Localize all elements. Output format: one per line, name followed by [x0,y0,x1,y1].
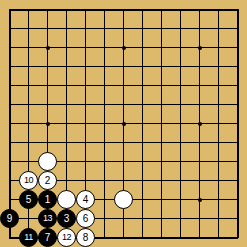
intersection-H4[interactable] [133,171,152,190]
stone-black-11: 11 [19,228,38,247]
intersection-L7[interactable] [190,114,209,133]
intersection-K8[interactable] [171,95,190,114]
intersection-K4[interactable] [171,171,190,190]
intersection-F6[interactable] [95,133,114,152]
intersection-F2[interactable] [95,209,114,228]
intersection-G7[interactable] [114,114,133,133]
stone-black-3: 3 [57,209,76,228]
stone-number: 2 [45,176,51,186]
intersection-K7[interactable] [171,114,190,133]
intersection-E7[interactable] [76,114,95,133]
intersection-M9[interactable] [209,76,228,95]
intersection-K2[interactable] [171,209,190,228]
intersection-G5[interactable] [114,152,133,171]
intersection-B10[interactable] [19,57,38,76]
intersection-A11[interactable] [0,38,19,57]
intersection-E4[interactable] [76,171,95,190]
intersection-F9[interactable] [95,76,114,95]
intersection-C1[interactable]: 7 [38,228,57,247]
intersection-G13[interactable] [114,0,133,19]
intersection-E6[interactable] [76,133,95,152]
intersection-C2[interactable]: 13 [38,209,57,228]
intersection-M7[interactable] [209,114,228,133]
intersection-H5[interactable] [133,152,152,171]
intersection-L1[interactable] [190,228,209,247]
intersection-H3[interactable] [133,190,152,209]
intersection-M2[interactable] [209,209,228,228]
intersection-B6[interactable] [19,133,38,152]
intersection-G8[interactable] [114,95,133,114]
intersection-L10[interactable] [190,57,209,76]
intersection-E9[interactable] [76,76,95,95]
intersection-B7[interactable] [19,114,38,133]
intersection-K10[interactable] [171,57,190,76]
intersection-D10[interactable] [57,57,76,76]
intersection-K11[interactable] [171,38,190,57]
intersection-H1[interactable] [133,228,152,247]
stone-number: 3 [64,214,70,224]
intersection-H6[interactable] [133,133,152,152]
intersection-M5[interactable] [209,152,228,171]
stone-white [57,190,76,209]
intersection-J10[interactable] [152,57,171,76]
intersection-L12[interactable] [190,19,209,38]
stone-black-7: 7 [38,228,57,247]
intersection-C8[interactable] [38,95,57,114]
stone-black-5: 5 [19,190,38,209]
intersection-J11[interactable] [152,38,171,57]
intersection-M12[interactable] [209,19,228,38]
intersection-K13[interactable] [171,0,190,19]
intersection-C10[interactable] [38,57,57,76]
intersection-N13[interactable] [228,0,247,19]
intersection-B5[interactable] [19,152,38,171]
intersection-D1[interactable]: 12 [57,228,76,247]
intersection-D4[interactable] [57,171,76,190]
intersection-F7[interactable] [95,114,114,133]
intersection-G3[interactable] [114,190,133,209]
intersection-B11[interactable] [19,38,38,57]
intersection-A3[interactable] [0,190,19,209]
stone-number: 7 [45,233,51,243]
intersection-M10[interactable] [209,57,228,76]
intersection-M13[interactable] [209,0,228,19]
stone-number: 5 [26,195,32,205]
intersection-A9[interactable] [0,76,19,95]
intersection-K12[interactable] [171,19,190,38]
intersection-H7[interactable] [133,114,152,133]
intersection-C13[interactable] [38,0,57,19]
intersection-F5[interactable] [95,152,114,171]
stone-number: 1 [45,195,51,205]
intersection-N12[interactable] [228,19,247,38]
intersection-D8[interactable] [57,95,76,114]
star-point [122,122,126,126]
intersection-M11[interactable] [209,38,228,57]
stone-number: 6 [83,214,89,224]
stone-black-13: 13 [38,209,57,228]
stone-number: 4 [83,195,89,205]
intersection-E12[interactable] [76,19,95,38]
intersection-C12[interactable] [38,19,57,38]
intersection-N4[interactable] [228,171,247,190]
intersection-D13[interactable] [57,0,76,19]
intersection-H11[interactable] [133,38,152,57]
intersection-N5[interactable] [228,152,247,171]
stone-white-10: 10 [19,171,38,190]
stone-white [114,190,133,209]
intersection-J7[interactable] [152,114,171,133]
intersection-H8[interactable] [133,95,152,114]
intersection-F8[interactable] [95,95,114,114]
intersection-C9[interactable] [38,76,57,95]
intersection-M8[interactable] [209,95,228,114]
stone-white-8: 8 [76,228,95,247]
intersection-B4[interactable]: 10 [19,171,38,190]
intersection-N7[interactable] [228,114,247,133]
intersection-L9[interactable] [190,76,209,95]
intersection-D3[interactable] [57,190,76,209]
intersection-J5[interactable] [152,152,171,171]
intersection-B8[interactable] [19,95,38,114]
stone-white-12: 12 [57,228,76,247]
intersection-L5[interactable] [190,152,209,171]
stone-white [38,152,57,171]
intersection-C4[interactable]: 2 [38,171,57,190]
intersection-G10[interactable] [114,57,133,76]
intersection-E3[interactable]: 4 [76,190,95,209]
intersection-E1[interactable]: 8 [76,228,95,247]
intersection-L3[interactable] [190,190,209,209]
intersection-L13[interactable] [190,0,209,19]
intersection-E11[interactable] [76,38,95,57]
stone-black-1: 1 [38,190,57,209]
intersection-G1[interactable] [114,228,133,247]
intersection-G12[interactable] [114,19,133,38]
intersection-N11[interactable] [228,38,247,57]
star-point [198,198,202,202]
intersection-L11[interactable] [190,38,209,57]
intersection-C11[interactable] [38,38,57,57]
intersection-E5[interactable] [76,152,95,171]
intersection-F13[interactable] [95,0,114,19]
intersection-K5[interactable] [171,152,190,171]
intersection-B2[interactable] [19,209,38,228]
stone-number: 9 [7,214,13,224]
intersection-K6[interactable] [171,133,190,152]
intersection-J6[interactable] [152,133,171,152]
intersection-L2[interactable] [190,209,209,228]
intersection-D5[interactable] [57,152,76,171]
intersection-E2[interactable]: 6 [76,209,95,228]
intersection-F4[interactable] [95,171,114,190]
intersection-B1[interactable]: 11 [19,228,38,247]
intersection-D11[interactable] [57,38,76,57]
stone-number: 10 [24,176,33,185]
intersection-E13[interactable] [76,0,95,19]
intersection-A10[interactable] [0,57,19,76]
intersection-A7[interactable] [0,114,19,133]
intersection-L4[interactable] [190,171,209,190]
intersection-A8[interactable] [0,95,19,114]
star-point [198,46,202,50]
intersection-N10[interactable] [228,57,247,76]
stone-number: 8 [83,233,89,243]
intersection-G9[interactable] [114,76,133,95]
intersection-J4[interactable] [152,171,171,190]
intersection-J12[interactable] [152,19,171,38]
intersection-M1[interactable] [209,228,228,247]
intersection-F12[interactable] [95,19,114,38]
stone-number: 13 [43,214,52,223]
intersection-H12[interactable] [133,19,152,38]
stone-white-2: 2 [38,171,57,190]
intersection-A2[interactable]: 9 [0,209,19,228]
stone-white-6: 6 [76,209,95,228]
intersection-D7[interactable] [57,114,76,133]
intersection-B13[interactable] [19,0,38,19]
intersection-D12[interactable] [57,19,76,38]
stone-black-9: 9 [0,209,19,228]
intersection-A1[interactable] [0,228,19,247]
intersection-A5[interactable] [0,152,19,171]
intersection-N9[interactable] [228,76,247,95]
intersection-N6[interactable] [228,133,247,152]
intersection-J3[interactable] [152,190,171,209]
intersection-G6[interactable] [114,133,133,152]
go-board: 10251491336117128 [0,0,247,247]
intersection-F3[interactable] [95,190,114,209]
intersection-A12[interactable] [0,19,19,38]
intersection-A6[interactable] [0,133,19,152]
intersection-D2[interactable]: 3 [57,209,76,228]
intersection-B9[interactable] [19,76,38,95]
intersection-N3[interactable] [228,190,247,209]
intersection-E8[interactable] [76,95,95,114]
intersection-J8[interactable] [152,95,171,114]
intersection-N8[interactable] [228,95,247,114]
intersection-M3[interactable] [209,190,228,209]
intersection-A4[interactable] [0,171,19,190]
intersection-B12[interactable] [19,19,38,38]
intersection-H10[interactable] [133,57,152,76]
intersection-M6[interactable] [209,133,228,152]
intersection-C7[interactable] [38,114,57,133]
intersection-G4[interactable] [114,171,133,190]
intersection-B3[interactable]: 5 [19,190,38,209]
intersection-J1[interactable] [152,228,171,247]
intersection-J13[interactable] [152,0,171,19]
intersection-K9[interactable] [171,76,190,95]
intersection-N2[interactable] [228,209,247,228]
intersection-G2[interactable] [114,209,133,228]
intersection-E10[interactable] [76,57,95,76]
intersection-N1[interactable] [228,228,247,247]
intersection-D9[interactable] [57,76,76,95]
intersection-F10[interactable] [95,57,114,76]
intersection-C5[interactable] [38,152,57,171]
star-point [46,122,50,126]
intersection-H13[interactable] [133,0,152,19]
intersection-D6[interactable] [57,133,76,152]
stone-number: 12 [62,233,71,242]
intersection-G11[interactable] [114,38,133,57]
intersection-J2[interactable] [152,209,171,228]
intersection-A13[interactable] [0,0,19,19]
intersection-C3[interactable]: 1 [38,190,57,209]
star-point [122,46,126,50]
intersection-K3[interactable] [171,190,190,209]
star-point [198,122,202,126]
star-point [46,46,50,50]
intersection-H2[interactable] [133,209,152,228]
intersection-L8[interactable] [190,95,209,114]
intersection-H9[interactable] [133,76,152,95]
intersection-L6[interactable] [190,133,209,152]
intersection-C6[interactable] [38,133,57,152]
stone-white-4: 4 [76,190,95,209]
intersection-K1[interactable] [171,228,190,247]
intersection-M4[interactable] [209,171,228,190]
intersection-F1[interactable] [95,228,114,247]
intersection-J9[interactable] [152,76,171,95]
intersection-F11[interactable] [95,38,114,57]
stone-number: 11 [24,233,32,242]
